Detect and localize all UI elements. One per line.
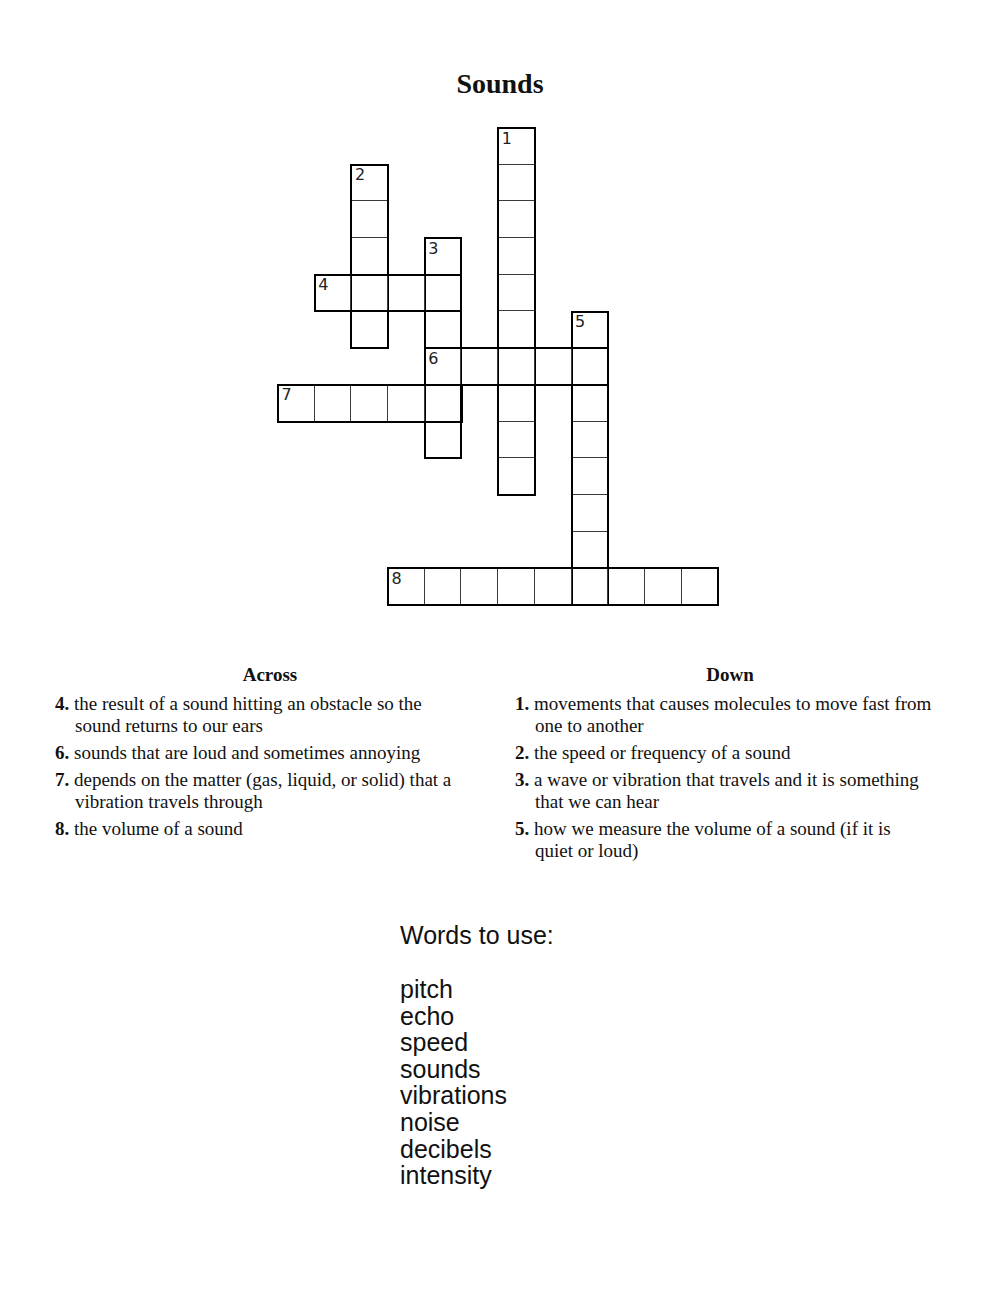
cell-r12-c11[interactable] [682, 568, 719, 605]
cell-r7-c2[interactable] [351, 385, 388, 422]
down-header: Down [515, 663, 945, 686]
cell-r5-c2[interactable] [351, 312, 388, 349]
crossword-grid: 12345678 [278, 128, 718, 605]
cell-r4-c2[interactable] [351, 275, 388, 312]
clue-across-4: 4. the result of a sound hitting an obst… [55, 693, 485, 738]
clue-text-line: 6. sounds that are loud and sometimes an… [55, 742, 485, 764]
word-item-echo: echo [400, 1003, 507, 1030]
cell-r9-c6[interactable] [498, 458, 535, 495]
grid-clue-number-8: 8 [392, 571, 402, 587]
clue-text-line: 8. the volume of a sound [55, 818, 485, 840]
grid-clue-number-4: 4 [318, 277, 328, 293]
cell-r7-c3[interactable] [388, 385, 425, 422]
cell-r12-c10[interactable] [645, 568, 682, 605]
clue-across-7: 7. depends on the matter (gas, liquid, o… [55, 769, 485, 814]
clue-number-label: 5. [515, 818, 529, 839]
clue-number-label: 7. [55, 769, 69, 790]
grid-clue-number-7: 7 [282, 387, 292, 403]
clue-number-label: 4. [55, 693, 69, 714]
cell-r12-c4[interactable] [425, 568, 462, 605]
cell-r11-c8[interactable] [572, 532, 609, 569]
across-header: Across [55, 663, 485, 686]
cell-r8-c8[interactable] [572, 422, 609, 459]
clue-number-label: 2. [515, 742, 529, 763]
cell-r12-c7[interactable] [535, 568, 572, 605]
grid-clue-number-5: 5 [575, 314, 585, 330]
clue-text-line: 3. a wave or vibration that travels and … [515, 769, 945, 791]
clue-down-1: 1. movements that causes molecules to mo… [515, 693, 945, 738]
clue-text-line: 7. depends on the matter (gas, liquid, o… [55, 769, 485, 791]
word-item-pitch: pitch [400, 976, 507, 1003]
cell-r12-c5[interactable] [462, 568, 499, 605]
word-item-sounds: sounds [400, 1056, 507, 1083]
grid-clue-number-6: 6 [428, 351, 438, 367]
cell-r4-c3[interactable] [388, 275, 425, 312]
cell-r6-c7[interactable] [535, 348, 572, 385]
cell-r12-c8[interactable] [572, 568, 609, 605]
clue-text-line: one to another [515, 715, 945, 737]
down-clue-list: 1. movements that causes molecules to mo… [515, 693, 945, 863]
clue-text-line: that we can hear [515, 791, 945, 813]
word-item-noise: noise [400, 1109, 507, 1136]
clue-down-3: 3. a wave or vibration that travels and … [515, 769, 945, 814]
grid-clue-number-3: 3 [428, 241, 438, 257]
clue-text-line: 5. how we measure the volume of a sound … [515, 818, 945, 840]
puzzle-title: Sounds [0, 69, 1000, 100]
clue-text-line: 1. movements that causes molecules to mo… [515, 693, 945, 715]
clue-across-6: 6. sounds that are loud and sometimes an… [55, 742, 485, 764]
cell-r12-c9[interactable] [608, 568, 645, 605]
clue-number-label: 3. [515, 769, 529, 790]
cell-r1-c6[interactable] [498, 165, 535, 202]
word-item-vibrations: vibrations [400, 1082, 507, 1109]
cell-r4-c4[interactable] [425, 275, 462, 312]
cell-r3-c2[interactable] [351, 238, 388, 275]
clues-down-section: Down 1. movements that causes molecules … [515, 663, 945, 867]
word-item-decibels: decibels [400, 1136, 507, 1163]
grid-clue-number-1: 1 [502, 131, 512, 147]
cell-r2-c2[interactable] [351, 201, 388, 238]
cell-r8-c4[interactable] [425, 422, 462, 459]
worksheet-page: Sounds 12345678 Across 4. the result of … [0, 0, 1000, 1291]
across-clue-list: 4. the result of a sound hitting an obst… [55, 693, 485, 840]
cell-r12-c6[interactable] [498, 568, 535, 605]
cell-r7-c1[interactable] [315, 385, 352, 422]
clue-down-2: 2. the speed or frequency of a sound [515, 742, 945, 764]
cell-r5-c6[interactable] [498, 312, 535, 349]
word-bank-header: Words to use: [400, 921, 554, 950]
cell-r3-c6[interactable] [498, 238, 535, 275]
cell-r9-c8[interactable] [572, 458, 609, 495]
cell-r5-c4[interactable] [425, 312, 462, 349]
clue-across-8: 8. the volume of a sound [55, 818, 485, 840]
cell-r7-c8[interactable] [572, 385, 609, 422]
clue-text-line: 4. the result of a sound hitting an obst… [55, 693, 485, 715]
clue-down-5: 5. how we measure the volume of a sound … [515, 818, 945, 863]
clue-text-line: quiet or loud) [515, 840, 945, 862]
cell-r6-c8[interactable] [572, 348, 609, 385]
cell-r4-c6[interactable] [498, 275, 535, 312]
cell-r2-c6[interactable] [498, 201, 535, 238]
clues-across-section: Across 4. the result of a sound hitting … [55, 663, 485, 845]
cell-r7-c4[interactable] [425, 385, 462, 422]
clue-text-line: 2. the speed or frequency of a sound [515, 742, 945, 764]
cell-r7-c6[interactable] [498, 385, 535, 422]
cell-r6-c5[interactable] [462, 348, 499, 385]
clue-number-label: 6. [55, 742, 69, 763]
clue-text-line: sound returns to our ears [55, 715, 485, 737]
word-item-intensity: intensity [400, 1162, 507, 1189]
cell-r6-c6[interactable] [498, 348, 535, 385]
clue-number-label: 8. [55, 818, 69, 839]
clue-text-line: vibration travels through [55, 791, 485, 813]
cell-r8-c6[interactable] [498, 422, 535, 459]
word-item-speed: speed [400, 1029, 507, 1056]
grid-clue-number-2: 2 [355, 167, 365, 183]
word-bank-list: pitchechospeedsoundsvibrationsnoisedecib… [400, 976, 507, 1189]
clue-number-label: 1. [515, 693, 529, 714]
cell-r10-c8[interactable] [572, 495, 609, 532]
